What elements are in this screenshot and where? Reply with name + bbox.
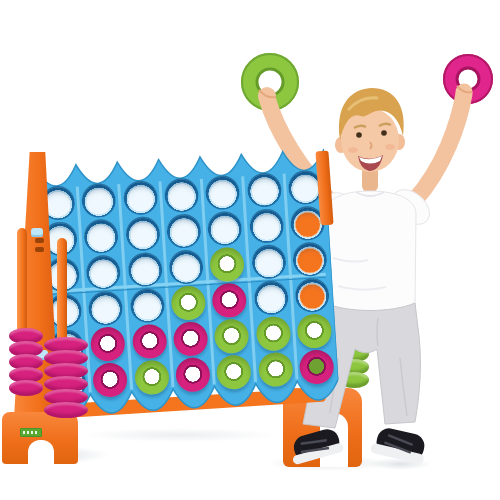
cell-r1c4	[164, 177, 200, 213]
leg-slot	[35, 238, 44, 243]
child-shirt	[324, 191, 416, 313]
cell-r5c4	[173, 321, 209, 357]
child-left-shoe	[287, 426, 344, 465]
blue-latch	[31, 228, 43, 237]
cell-r4c6	[253, 280, 289, 316]
front-ring-post-right	[57, 238, 67, 346]
cell-r3c5	[209, 246, 245, 282]
storage-ring-pink	[44, 402, 88, 418]
cell-r6c7	[299, 349, 335, 385]
leg-slot	[35, 247, 44, 252]
cell-r5c2	[90, 326, 126, 362]
cell-r6c5	[216, 354, 252, 390]
cheek-left	[348, 147, 358, 153]
eye-left	[356, 132, 362, 138]
cell-r6c4	[175, 357, 211, 393]
pink-ring-stack-left	[6, 331, 46, 396]
pink-ring-stack-right	[42, 340, 90, 418]
cheek-right	[385, 144, 395, 150]
cell-r2c5	[207, 210, 243, 246]
brand-sticker	[20, 428, 42, 437]
cell-r6c2	[92, 362, 128, 398]
cell-r2c2	[83, 218, 119, 254]
cell-r2c3	[124, 216, 160, 252]
cell-r4c3	[129, 288, 165, 324]
cell-r6c6	[258, 352, 294, 388]
cell-r3c3	[127, 252, 163, 288]
cell-r5c3	[131, 323, 167, 359]
cell-r2c6	[249, 208, 285, 244]
left-foot-arch	[28, 440, 54, 464]
front-ring-post-left	[17, 228, 27, 332]
cell-r2c4	[166, 213, 202, 249]
cell-r3c2	[85, 254, 121, 290]
cell-r4c4	[170, 285, 206, 321]
cell-r1c5	[205, 175, 241, 211]
cell-r5c6	[255, 316, 291, 352]
cell-r1c6	[246, 172, 282, 208]
eye-right	[381, 130, 387, 136]
cell-r1c3	[122, 180, 158, 216]
cell-r3c4	[168, 249, 204, 285]
storage-ring-pink	[9, 380, 43, 396]
cell-r5c7	[297, 313, 333, 349]
cell-r6c3	[134, 359, 170, 395]
left-frame-foot	[2, 412, 78, 464]
cell-r4c2	[88, 290, 124, 326]
cell-r3c7	[292, 241, 328, 277]
child-right-shoe	[370, 425, 429, 464]
cell-r1c2	[81, 182, 117, 218]
cell-r3c6	[251, 244, 287, 280]
cell-r4c7	[294, 277, 330, 313]
cell-r4c5	[212, 282, 248, 318]
child-left-arm	[414, 94, 464, 201]
cell-r5c5	[214, 318, 250, 354]
product-photo-stage	[0, 0, 500, 500]
